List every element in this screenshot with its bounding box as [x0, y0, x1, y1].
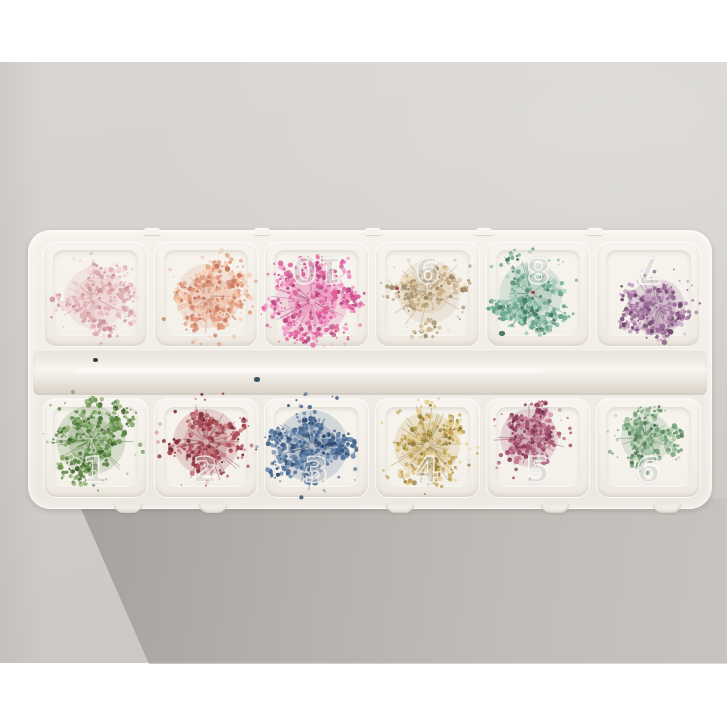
hinge-nub — [587, 228, 603, 235]
hinge-nub — [365, 228, 381, 235]
hinge-strip — [33, 349, 707, 395]
compartment-number: 8 — [525, 249, 551, 290]
compartment-7: 7 — [594, 239, 703, 349]
compartment-9: 9 — [373, 239, 482, 349]
compartment-11 — [152, 239, 261, 349]
compartment-lid — [43, 241, 148, 347]
flower-debris — [499, 331, 505, 336]
compartment-number: 7 — [636, 249, 662, 290]
compartment-2: 2 — [152, 396, 261, 500]
compartment-number: 9 — [414, 249, 440, 290]
compartment-12 — [41, 239, 150, 349]
compartment-number: 1 — [82, 448, 108, 489]
compartment-number: 2 — [193, 448, 219, 489]
compartment-well — [164, 250, 249, 336]
compartment-number: 4 — [414, 448, 440, 489]
hinge-nub — [254, 228, 270, 235]
flower-debris — [93, 358, 98, 362]
compartment-6: 6 — [594, 396, 703, 500]
compartment-row-bottom: 1 2 3 4 5 — [41, 396, 703, 500]
compartment-5: 5 — [484, 396, 593, 500]
compartment-1: 1 — [41, 396, 150, 500]
compartment-10: 10 — [262, 239, 371, 349]
photo-area: 10 9 8 7 1 — [0, 62, 727, 663]
box-cast-shadow — [0, 498, 727, 664]
compartment-number: 3 — [304, 448, 330, 489]
compartment-3: 3 — [262, 396, 371, 500]
compartment-well — [53, 250, 138, 336]
compartment-number: 10 — [291, 249, 343, 290]
compartment-number: 5 — [525, 448, 551, 489]
compartment-number: 6 — [636, 448, 662, 489]
storage-box: 10 9 8 7 1 — [28, 230, 712, 509]
compartment-4: 4 — [373, 396, 482, 500]
hinge-nub — [144, 228, 160, 235]
hinge-nub — [476, 228, 492, 235]
compartment-row-top: 10 9 8 7 — [41, 239, 703, 349]
compartment-lid — [154, 241, 259, 347]
flower-debris — [254, 377, 260, 382]
